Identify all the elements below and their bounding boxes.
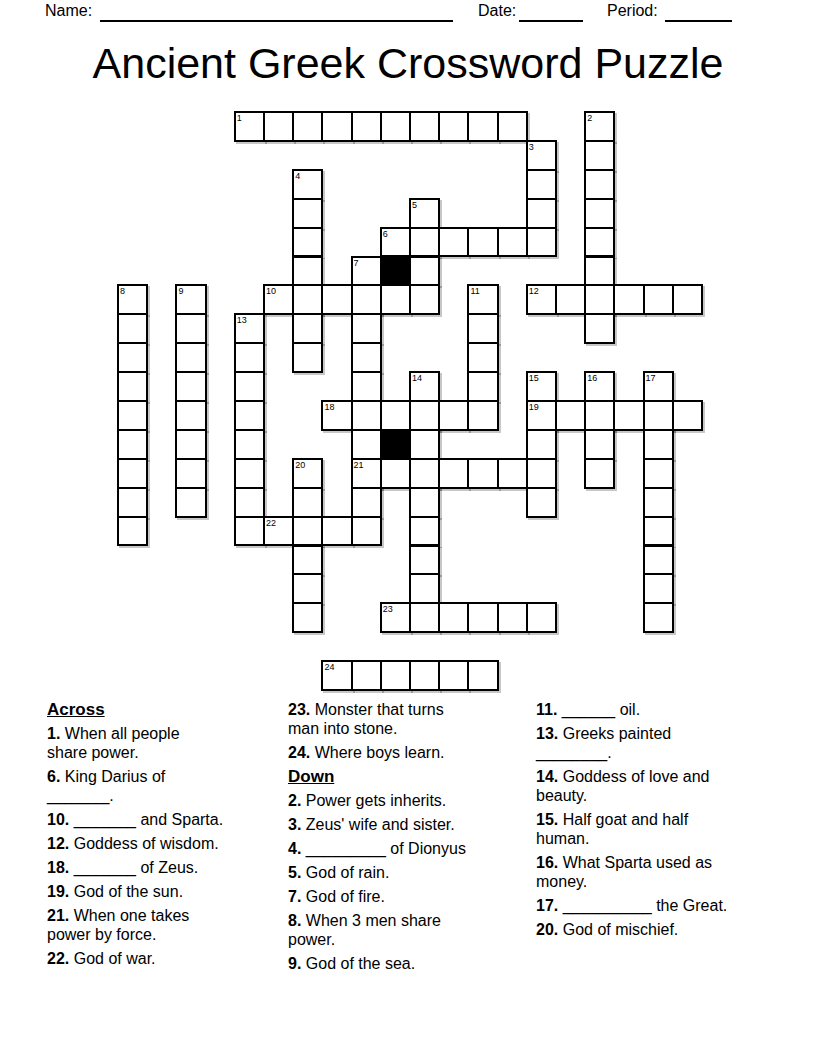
grid-cell[interactable]: 9: [175, 284, 206, 315]
grid-cell[interactable]: [351, 313, 382, 344]
grid-cell[interactable]: [117, 342, 148, 373]
grid-cell[interactable]: [438, 400, 469, 431]
name-blank-line[interactable]: [100, 20, 453, 22]
clue-4: 4. _________ of Dionyus: [288, 839, 528, 858]
grid-cell[interactable]: [613, 284, 644, 315]
clue-13: 13. Greeks painted ________.: [536, 724, 786, 762]
grid-cell[interactable]: [409, 458, 440, 489]
clue-6: 6. King Darius of _______.: [47, 767, 279, 805]
page-title: Ancient Greek Crossword Puzzle: [0, 38, 816, 88]
grid-cell[interactable]: 17: [643, 371, 674, 402]
cell-number: 2: [587, 113, 592, 123]
grid-cell[interactable]: 2: [584, 111, 615, 142]
grid-cell[interactable]: [643, 429, 674, 460]
grid-cell[interactable]: [117, 458, 148, 489]
clue-17: 17. __________ the Great.: [536, 896, 786, 915]
clue-16: 16. What Sparta used as money.: [536, 853, 786, 891]
clue-number: 4.: [288, 840, 301, 857]
clue-24: 24. Where boys learn.: [288, 743, 528, 762]
grid-cell[interactable]: [380, 111, 411, 142]
grid-cell[interactable]: [438, 111, 469, 142]
grid-cell[interactable]: 8: [117, 284, 148, 315]
clue-11: 11. ______ oil.: [536, 700, 786, 719]
grid-cell[interactable]: [409, 602, 440, 633]
clue-10: 10. _______ and Sparta.: [47, 810, 279, 829]
grid-cell[interactable]: [643, 545, 674, 576]
grid-cell[interactable]: [584, 198, 615, 229]
grid-cell[interactable]: [292, 516, 323, 547]
grid-cell[interactable]: [526, 487, 557, 518]
grid-cell[interactable]: [584, 313, 615, 344]
grid-cell[interactable]: [175, 429, 206, 460]
grid-cell[interactable]: [234, 516, 265, 547]
grid-cell[interactable]: [292, 487, 323, 518]
grid-cell[interactable]: 1: [234, 111, 265, 142]
cell-number: 9: [178, 286, 183, 296]
grid-cell[interactable]: [643, 573, 674, 604]
grid-cell[interactable]: [234, 429, 265, 460]
grid-cell[interactable]: 22: [263, 516, 294, 547]
clue-number: 21.: [47, 907, 69, 924]
date-label: Date:: [478, 2, 516, 20]
clue-number: 15.: [536, 811, 558, 828]
grid-cell[interactable]: [467, 227, 498, 258]
grid-cell[interactable]: [263, 111, 294, 142]
clue-7: 7. God of fire.: [288, 887, 528, 906]
grid-cell[interactable]: [555, 400, 586, 431]
grid-cell[interactable]: [497, 227, 528, 258]
grid-cell[interactable]: 15: [526, 371, 557, 402]
grid-cell[interactable]: [584, 284, 615, 315]
grid-cell[interactable]: [555, 284, 586, 315]
name-label: Name:: [45, 2, 92, 20]
cell-number: 10: [266, 286, 276, 296]
grid-cell[interactable]: [584, 400, 615, 431]
grid-cell[interactable]: [175, 342, 206, 373]
grid-cell[interactable]: [497, 111, 528, 142]
grid-cell[interactable]: [351, 284, 382, 315]
grid-cell[interactable]: [526, 227, 557, 258]
grid-cell[interactable]: [117, 487, 148, 518]
grid-cell[interactable]: [292, 545, 323, 576]
grid-cell[interactable]: [292, 198, 323, 229]
cell-number: 15: [529, 373, 539, 383]
clue-12: 12. Goddess of wisdom.: [47, 834, 279, 853]
clue-number: 5.: [288, 864, 301, 881]
grid-cell[interactable]: [175, 400, 206, 431]
grid-cell[interactable]: [526, 458, 557, 489]
cell-number: 14: [412, 373, 422, 383]
cell-number: 3: [529, 142, 534, 152]
clue-1: 1. When all people share power.: [47, 724, 279, 762]
clue-column-2: 23. Monster that turns man into stone.24…: [288, 700, 528, 978]
grid-cell[interactable]: [409, 545, 440, 576]
grid-cell[interactable]: [380, 284, 411, 315]
grid-cell[interactable]: [380, 458, 411, 489]
grid-cell[interactable]: [351, 487, 382, 518]
grid-cell[interactable]: 4: [292, 169, 323, 200]
grid-cell[interactable]: [175, 313, 206, 344]
grid-cell[interactable]: [584, 227, 615, 258]
grid-cell[interactable]: [292, 256, 323, 287]
clue-number: 11.: [536, 701, 557, 718]
grid-cell[interactable]: [467, 458, 498, 489]
grid-cell[interactable]: [351, 111, 382, 142]
grid-cell[interactable]: 6: [380, 227, 411, 258]
grid-cell[interactable]: 11: [467, 284, 498, 315]
worksheet-page: Name: Date: Period: Ancient Greek Crossw…: [0, 0, 816, 1056]
grid-cell[interactable]: 21: [351, 458, 382, 489]
grid-cell[interactable]: [643, 458, 674, 489]
cell-number: 4: [295, 171, 300, 181]
cell-number: 20: [295, 460, 305, 470]
crossword-grid: 123456789101112131415161718192021222324: [117, 111, 707, 695]
clue-9: 9. God of the sea.: [288, 954, 528, 973]
cell-number: 6: [383, 229, 388, 239]
grid-cell[interactable]: [584, 429, 615, 460]
clue-number: 2.: [288, 792, 301, 809]
grid-cell[interactable]: 12: [526, 284, 557, 315]
grid-cell[interactable]: [351, 516, 382, 547]
grid-cell[interactable]: [351, 429, 382, 460]
clue-number: 22.: [47, 950, 69, 967]
clue-5: 5. God of rain.: [288, 863, 528, 882]
grid-cell[interactable]: [321, 516, 352, 547]
cell-number: 22: [266, 518, 276, 528]
grid-cell[interactable]: 5: [409, 198, 440, 229]
clue-15: 15. Half goat and half human.: [536, 810, 786, 848]
grid-cell[interactable]: [321, 284, 352, 315]
grid-cell[interactable]: [175, 487, 206, 518]
grid-cell[interactable]: 23: [380, 602, 411, 633]
grid-cell[interactable]: [117, 429, 148, 460]
grid-cell[interactable]: [409, 284, 440, 315]
grid-cell[interactable]: [117, 313, 148, 344]
grid-cell[interactable]: [467, 111, 498, 142]
clue-number: 23.: [288, 701, 310, 718]
grid-cell[interactable]: [584, 458, 615, 489]
grid-cell[interactable]: [409, 227, 440, 258]
grid-cell[interactable]: [409, 516, 440, 547]
grid-cell[interactable]: [117, 371, 148, 402]
grid-cell[interactable]: [409, 487, 440, 518]
grid-cell[interactable]: [584, 169, 615, 200]
clue-number: 8.: [288, 912, 301, 929]
cell-number: 5: [412, 200, 417, 210]
clue-8: 8. When 3 men share power.: [288, 911, 528, 949]
clue-3: 3. Zeus' wife and sister.: [288, 815, 528, 834]
cell-number: 7: [354, 258, 359, 268]
clue-number: 16.: [536, 854, 558, 871]
grid-cell[interactable]: 18: [321, 400, 352, 431]
grid-cell[interactable]: [117, 516, 148, 547]
cell-number: 8: [120, 286, 125, 296]
grid-cell[interactable]: [351, 371, 382, 402]
grid-cell[interactable]: [117, 400, 148, 431]
grid-cell[interactable]: [526, 602, 557, 633]
grid-cell[interactable]: 20: [292, 458, 323, 489]
clue-2: 2. Power gets inherits.: [288, 791, 528, 810]
grid-cell[interactable]: [292, 602, 323, 633]
clue-number: 24.: [288, 744, 310, 761]
grid-cell[interactable]: [438, 660, 469, 691]
cell-number: 1: [237, 113, 242, 123]
clue-22: 22. God of war.: [47, 949, 279, 968]
grid-cell[interactable]: 3: [526, 140, 557, 171]
grid-cell[interactable]: [234, 487, 265, 518]
grid-cell[interactable]: [438, 602, 469, 633]
clue-heading-down: Down: [288, 767, 528, 786]
clue-19: 19. God of the sun.: [47, 882, 279, 901]
cell-number: 23: [383, 604, 393, 614]
clue-column-1: Across1. When all people share power.6. …: [47, 700, 279, 973]
cell-number: 12: [529, 286, 539, 296]
grid-cell[interactable]: [175, 458, 206, 489]
clue-number: 20.: [536, 921, 558, 938]
grid-cell[interactable]: [292, 111, 323, 142]
grid-cell[interactable]: [643, 487, 674, 518]
grid-cell[interactable]: [672, 400, 703, 431]
grid-cell[interactable]: [526, 429, 557, 460]
cell-number: 18: [324, 402, 334, 412]
cell-number: 11: [470, 286, 479, 296]
grid-cell[interactable]: [351, 400, 382, 431]
grid-cell[interactable]: [234, 458, 265, 489]
grid-cell[interactable]: [351, 342, 382, 373]
black-cell: [380, 256, 411, 287]
grid-cell[interactable]: 16: [584, 371, 615, 402]
grid-cell[interactable]: [613, 400, 644, 431]
grid-cell[interactable]: [292, 284, 323, 315]
grid-cell[interactable]: [643, 602, 674, 633]
grid-cell[interactable]: [292, 573, 323, 604]
cell-number: 19: [529, 402, 539, 412]
grid-cell[interactable]: [526, 169, 557, 200]
grid-cell[interactable]: [292, 313, 323, 344]
grid-cell[interactable]: [438, 227, 469, 258]
clue-14: 14. Goddess of love and beauty.: [536, 767, 786, 805]
grid-cell[interactable]: [497, 458, 528, 489]
clue-number: 10.: [47, 811, 69, 828]
grid-cell[interactable]: [292, 227, 323, 258]
grid-cell[interactable]: 24: [321, 660, 352, 691]
grid-cell[interactable]: [467, 371, 498, 402]
grid-cell[interactable]: [409, 573, 440, 604]
clue-column-3: 11. ______ oil.13. Greeks painted ______…: [536, 700, 786, 944]
clue-number: 7.: [288, 888, 301, 905]
grid-cell[interactable]: [643, 284, 674, 315]
clue-heading-across: Across: [47, 700, 279, 719]
period-label: Period:: [607, 2, 658, 20]
grid-cell[interactable]: 19: [526, 400, 557, 431]
grid-cell[interactable]: [292, 342, 323, 373]
grid-cell[interactable]: [234, 371, 265, 402]
grid-cell[interactable]: [409, 256, 440, 287]
cell-number: 24: [324, 662, 334, 672]
clue-number: 6.: [47, 768, 60, 785]
cell-number: 21: [354, 460, 364, 470]
grid-cell[interactable]: 7: [351, 256, 382, 287]
grid-cell[interactable]: [380, 660, 411, 691]
date-blank-line[interactable]: [519, 20, 583, 22]
grid-cell[interactable]: 10: [263, 284, 294, 315]
clue-number: 18.: [47, 859, 69, 876]
period-blank-line[interactable]: [665, 20, 732, 22]
grid-cell[interactable]: [234, 342, 265, 373]
grid-cell[interactable]: [409, 111, 440, 142]
grid-cell[interactable]: [467, 660, 498, 691]
clue-18: 18. _______ of Zeus.: [47, 858, 279, 877]
grid-cell[interactable]: [438, 458, 469, 489]
grid-cell[interactable]: [409, 429, 440, 460]
grid-cell[interactable]: [467, 602, 498, 633]
grid-cell[interactable]: [351, 660, 382, 691]
grid-cell[interactable]: [467, 313, 498, 344]
clue-23: 23. Monster that turns man into stone.: [288, 700, 528, 738]
clue-number: 14.: [536, 768, 558, 785]
grid-cell[interactable]: [467, 400, 498, 431]
grid-cell[interactable]: 14: [409, 371, 440, 402]
clue-21: 21. When one takes power by force.: [47, 906, 279, 944]
grid-cell[interactable]: [643, 516, 674, 547]
grid-cell[interactable]: [409, 660, 440, 691]
grid-cell[interactable]: 13: [234, 313, 265, 344]
grid-cell[interactable]: [584, 256, 615, 287]
grid-cell[interactable]: [467, 342, 498, 373]
clue-number: 17.: [536, 897, 558, 914]
grid-cell[interactable]: [409, 400, 440, 431]
clue-number: 12.: [47, 835, 69, 852]
clue-number: 19.: [47, 883, 69, 900]
grid-cell[interactable]: [497, 602, 528, 633]
grid-cell[interactable]: [380, 400, 411, 431]
clue-20: 20. God of mischief.: [536, 920, 786, 939]
grid-cell[interactable]: [643, 400, 674, 431]
grid-cell[interactable]: [672, 284, 703, 315]
grid-cell[interactable]: [584, 140, 615, 171]
clue-number: 13.: [536, 725, 558, 742]
black-cell: [380, 429, 411, 460]
clue-number: 9.: [288, 955, 301, 972]
cell-number: 16: [587, 373, 597, 383]
grid-cell[interactable]: [526, 198, 557, 229]
clue-number: 1.: [47, 725, 60, 742]
grid-cell[interactable]: [234, 400, 265, 431]
grid-cell[interactable]: [321, 111, 352, 142]
cell-number: 17: [646, 373, 656, 383]
cell-number: 13: [237, 315, 247, 325]
grid-cell[interactable]: [175, 371, 206, 402]
clue-number: 3.: [288, 816, 301, 833]
